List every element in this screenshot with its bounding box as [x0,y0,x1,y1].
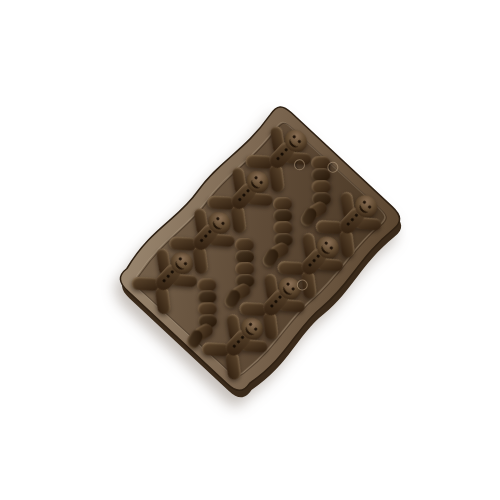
gingerbread-button [242,193,246,197]
gingerbread-button [346,222,350,226]
mold-cavities [100,88,419,410]
mold-tray [100,88,419,410]
gingerbread-button [200,238,204,242]
gingerbread-button [280,152,284,156]
gingerbread-button [232,344,236,348]
gingerbread-button [350,217,354,221]
gingerbread-button [312,258,316,262]
gingerbread-button [276,156,280,160]
gingerbread-button [162,279,166,283]
gingerbread-button [238,197,242,201]
gingerbread-button [204,234,208,238]
gingerbread-button [166,274,170,278]
gingerbread-button [274,299,278,303]
gingerbread-button [270,304,274,308]
gingerbread-smile [358,201,372,215]
gingerbread-button [236,340,240,344]
gingerbread-smile [287,135,301,149]
gingerbread-button [308,263,312,267]
silicone-mold [131,151,389,347]
product-photo-canvas [0,0,500,500]
